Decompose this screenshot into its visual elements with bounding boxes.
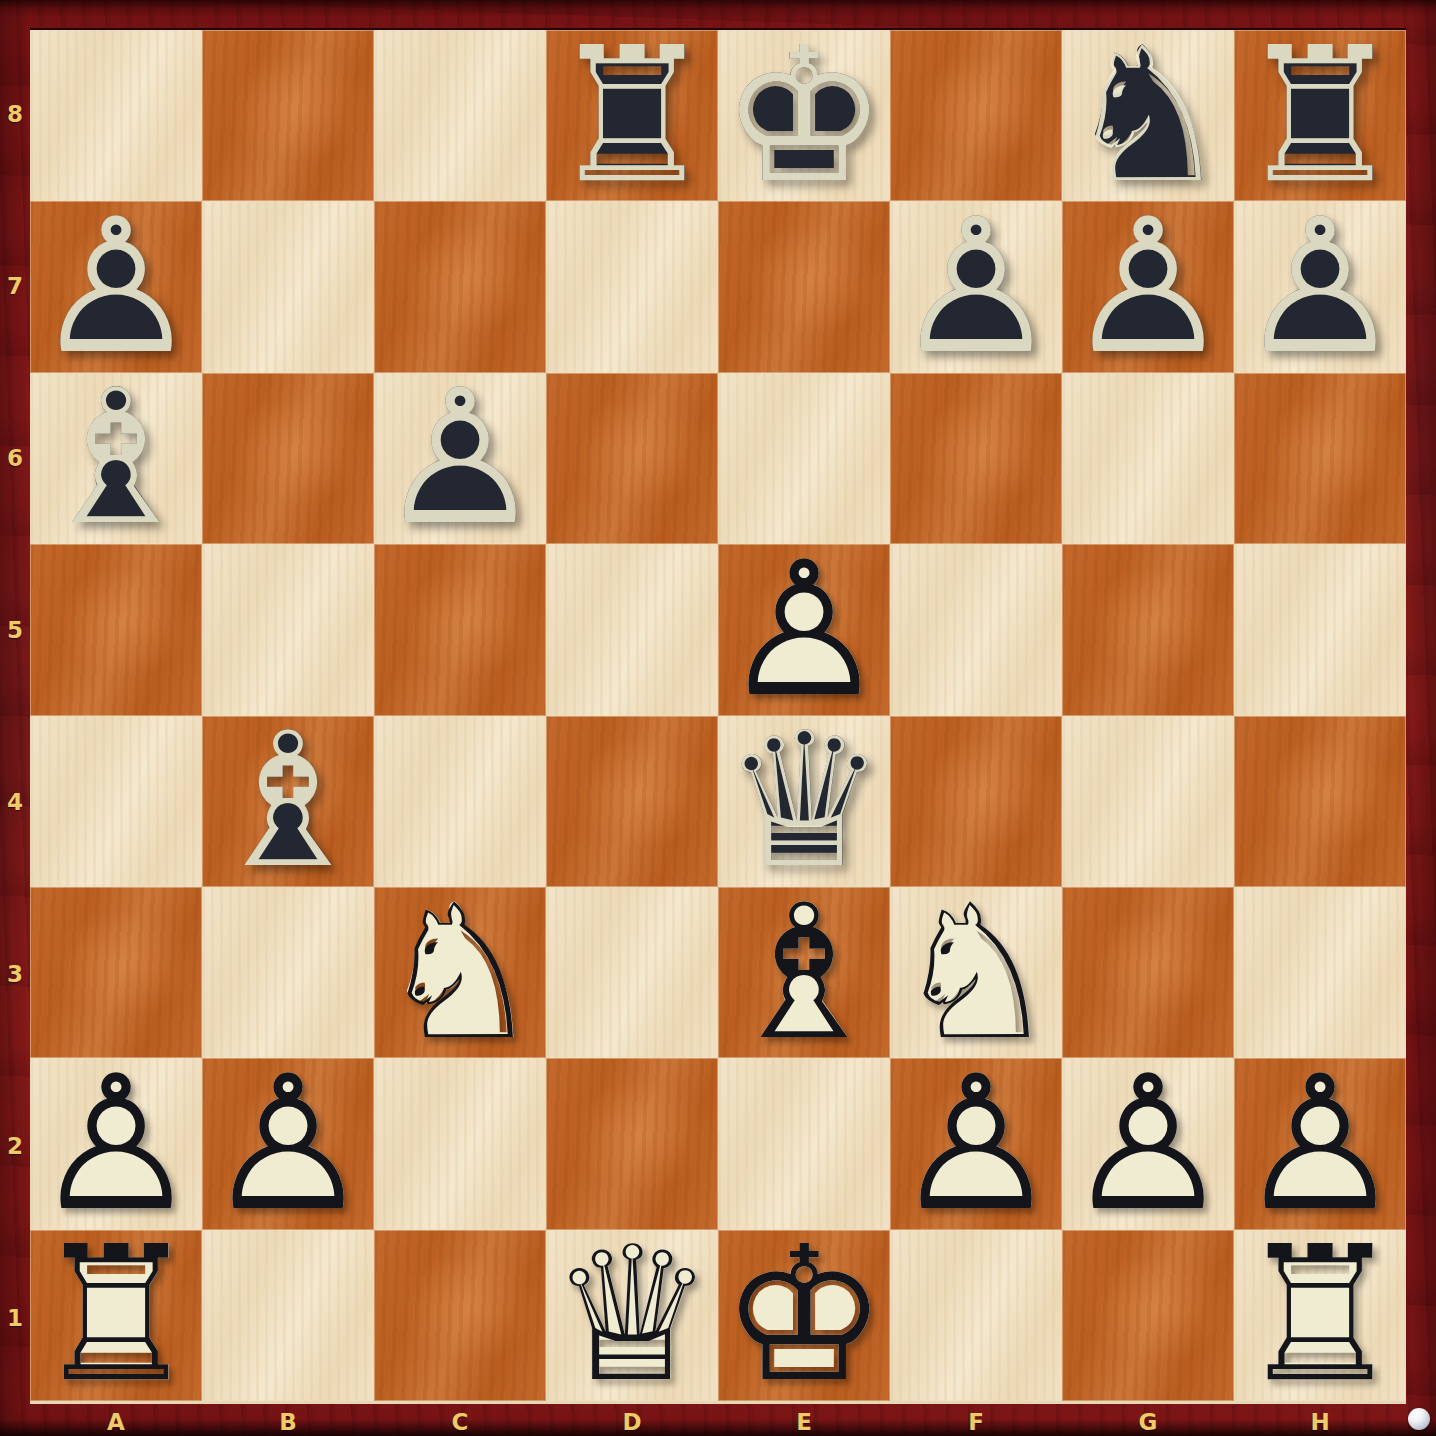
piece-white-pawn[interactable]: ♟♙ xyxy=(1062,1058,1234,1229)
file-label-d: D xyxy=(546,1409,718,1435)
square-c5[interactable] xyxy=(374,544,546,715)
square-e6[interactable] xyxy=(718,373,890,544)
square-b7[interactable] xyxy=(202,201,374,372)
square-a2[interactable]: ♟♙ xyxy=(30,1058,202,1229)
file-label-f: F xyxy=(890,1409,1062,1435)
rank-label-3: 3 xyxy=(0,888,30,1060)
piece-white-pawn[interactable]: ♟♙ xyxy=(890,1058,1062,1229)
square-h2[interactable]: ♟♙ xyxy=(1234,1058,1406,1229)
square-a7[interactable]: ♟♙ xyxy=(30,201,202,372)
square-g7[interactable]: ♟♙ xyxy=(1062,201,1234,372)
square-a3[interactable] xyxy=(30,887,202,1058)
piece-black-king[interactable]: ♚♔ xyxy=(718,30,890,201)
piece-black-pawn[interactable]: ♟♙ xyxy=(374,373,546,544)
square-e2[interactable] xyxy=(718,1058,890,1229)
piece-black-knight[interactable]: ♞♘ xyxy=(1062,30,1234,201)
square-d2[interactable] xyxy=(546,1058,718,1229)
file-label-g: G xyxy=(1062,1409,1234,1435)
square-c4[interactable] xyxy=(374,716,546,887)
square-d7[interactable] xyxy=(546,201,718,372)
side-to-move-indicator xyxy=(1408,1408,1430,1430)
square-e7[interactable] xyxy=(718,201,890,372)
square-c2[interactable] xyxy=(374,1058,546,1229)
square-h4[interactable] xyxy=(1234,716,1406,887)
square-a1[interactable]: ♜♖ xyxy=(30,1230,202,1401)
pawn-outline-icon: ♙ xyxy=(890,1058,1062,1229)
rank-label-2: 2 xyxy=(0,1060,30,1232)
square-c8[interactable] xyxy=(374,30,546,201)
rank-label-4: 4 xyxy=(0,716,30,888)
pawn-outline-icon: ♙ xyxy=(890,201,1062,372)
square-b2[interactable]: ♟♙ xyxy=(202,1058,374,1229)
square-h1[interactable]: ♜♖ xyxy=(1234,1230,1406,1401)
square-c6[interactable]: ♟♙ xyxy=(374,373,546,544)
square-c1[interactable] xyxy=(374,1230,546,1401)
piece-white-knight[interactable]: ♞♘ xyxy=(374,887,546,1058)
piece-white-pawn[interactable]: ♟♙ xyxy=(202,1058,374,1229)
square-a8[interactable] xyxy=(30,30,202,201)
pawn-outline-icon: ♙ xyxy=(1062,1058,1234,1229)
rank-label-5: 5 xyxy=(0,544,30,716)
square-d5[interactable] xyxy=(546,544,718,715)
bishop-outline-icon: ♗ xyxy=(202,716,374,887)
square-h6[interactable] xyxy=(1234,373,1406,544)
square-e1[interactable]: ♚♔ xyxy=(718,1230,890,1401)
square-d6[interactable] xyxy=(546,373,718,544)
rook-outline-icon: ♖ xyxy=(1234,30,1406,201)
piece-white-pawn[interactable]: ♟♙ xyxy=(30,1058,202,1229)
knight-outline-icon: ♘ xyxy=(890,887,1062,1058)
pawn-outline-icon: ♙ xyxy=(30,1058,202,1229)
square-g2[interactable]: ♟♙ xyxy=(1062,1058,1234,1229)
square-g8[interactable]: ♞♘ xyxy=(1062,30,1234,201)
file-label-c: C xyxy=(374,1409,546,1435)
square-e3[interactable]: ♝♗ xyxy=(718,887,890,1058)
square-g6[interactable] xyxy=(1062,373,1234,544)
piece-white-bishop[interactable]: ♝♗ xyxy=(718,887,890,1058)
piece-white-rook[interactable]: ♜♖ xyxy=(30,1230,202,1401)
square-g4[interactable] xyxy=(1062,716,1234,887)
rank-label-7: 7 xyxy=(0,200,30,372)
piece-white-pawn[interactable]: ♟♙ xyxy=(1234,1058,1406,1229)
square-f5[interactable] xyxy=(890,544,1062,715)
knight-outline-icon: ♘ xyxy=(1062,30,1234,201)
pawn-outline-icon: ♙ xyxy=(1234,201,1406,372)
pawn-outline-icon: ♙ xyxy=(718,544,890,715)
rook-outline-icon: ♖ xyxy=(30,1230,202,1401)
pawn-outline-icon: ♙ xyxy=(1234,1058,1406,1229)
file-label-e: E xyxy=(718,1409,890,1435)
rook-outline-icon: ♖ xyxy=(546,30,718,201)
square-f8[interactable] xyxy=(890,30,1062,201)
square-b4[interactable]: ♝♗ xyxy=(202,716,374,887)
square-f4[interactable] xyxy=(890,716,1062,887)
square-f3[interactable]: ♞♘ xyxy=(890,887,1062,1058)
chess-board: ♜♖♚♔♞♘♜♖♟♙♟♙♟♙♟♙♝♗♟♙♟♙♝♗♛♕♞♘♝♗♞♘♟♙♟♙♟♙♟♙… xyxy=(30,28,1406,1404)
king-outline-icon: ♔ xyxy=(718,1230,890,1401)
piece-white-king[interactable]: ♚♔ xyxy=(718,1230,890,1401)
piece-white-pawn[interactable]: ♟♙ xyxy=(718,544,890,715)
square-c3[interactable]: ♞♘ xyxy=(374,887,546,1058)
square-h5[interactable] xyxy=(1234,544,1406,715)
bishop-outline-icon: ♗ xyxy=(718,887,890,1058)
square-a5[interactable] xyxy=(30,544,202,715)
square-g3[interactable] xyxy=(1062,887,1234,1058)
queen-outline-icon: ♕ xyxy=(546,1230,718,1401)
square-e5[interactable]: ♟♙ xyxy=(718,544,890,715)
rank-label-8: 8 xyxy=(0,28,30,200)
knight-outline-icon: ♘ xyxy=(374,887,546,1058)
piece-white-rook[interactable]: ♜♖ xyxy=(1234,1230,1406,1401)
pawn-outline-icon: ♙ xyxy=(202,1058,374,1229)
piece-black-queen[interactable]: ♛♕ xyxy=(718,716,890,887)
square-c7[interactable] xyxy=(374,201,546,372)
chess-board-frame: ♜♖♚♔♞♘♜♖♟♙♟♙♟♙♟♙♝♗♟♙♟♙♝♗♛♕♞♘♝♗♞♘♟♙♟♙♟♙♟♙… xyxy=(0,0,1436,1436)
square-a4[interactable] xyxy=(30,716,202,887)
piece-black-rook[interactable]: ♜♖ xyxy=(546,30,718,201)
rank-label-6: 6 xyxy=(0,372,30,544)
square-g1[interactable] xyxy=(1062,1230,1234,1401)
file-label-h: H xyxy=(1234,1409,1406,1435)
square-b6[interactable] xyxy=(202,373,374,544)
square-e8[interactable]: ♚♔ xyxy=(718,30,890,201)
bishop-outline-icon: ♗ xyxy=(30,373,202,544)
square-h8[interactable]: ♜♖ xyxy=(1234,30,1406,201)
square-d4[interactable] xyxy=(546,716,718,887)
square-d8[interactable]: ♜♖ xyxy=(546,30,718,201)
square-f6[interactable] xyxy=(890,373,1062,544)
piece-black-pawn[interactable]: ♟♙ xyxy=(1062,201,1234,372)
piece-black-bishop[interactable]: ♝♗ xyxy=(30,373,202,544)
pawn-outline-icon: ♙ xyxy=(374,373,546,544)
square-f7[interactable]: ♟♙ xyxy=(890,201,1062,372)
square-a6[interactable]: ♝♗ xyxy=(30,373,202,544)
piece-white-queen[interactable]: ♛♕ xyxy=(546,1230,718,1401)
rook-outline-icon: ♖ xyxy=(1234,1230,1406,1401)
square-f2[interactable]: ♟♙ xyxy=(890,1058,1062,1229)
file-label-b: B xyxy=(202,1409,374,1435)
piece-white-knight[interactable]: ♞♘ xyxy=(890,887,1062,1058)
rank-label-1: 1 xyxy=(0,1232,30,1404)
queen-outline-icon: ♕ xyxy=(718,716,890,887)
pawn-outline-icon: ♙ xyxy=(1062,201,1234,372)
square-b3[interactable] xyxy=(202,887,374,1058)
king-outline-icon: ♔ xyxy=(718,30,890,201)
file-label-a: A xyxy=(30,1409,202,1435)
piece-black-pawn[interactable]: ♟♙ xyxy=(30,201,202,372)
piece-black-rook[interactable]: ♜♖ xyxy=(1234,30,1406,201)
square-h7[interactable]: ♟♙ xyxy=(1234,201,1406,372)
square-d1[interactable]: ♛♕ xyxy=(546,1230,718,1401)
square-b1[interactable] xyxy=(202,1230,374,1401)
square-d3[interactable] xyxy=(546,887,718,1058)
square-h3[interactable] xyxy=(1234,887,1406,1058)
piece-black-pawn[interactable]: ♟♙ xyxy=(890,201,1062,372)
piece-black-pawn[interactable]: ♟♙ xyxy=(1234,201,1406,372)
piece-black-bishop[interactable]: ♝♗ xyxy=(202,716,374,887)
square-e4[interactable]: ♛♕ xyxy=(718,716,890,887)
square-f1[interactable] xyxy=(890,1230,1062,1401)
pawn-outline-icon: ♙ xyxy=(30,201,202,372)
square-b5[interactable] xyxy=(202,544,374,715)
square-b8[interactable] xyxy=(202,30,374,201)
square-g5[interactable] xyxy=(1062,544,1234,715)
